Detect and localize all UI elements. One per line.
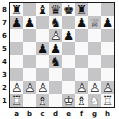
- rank-label-8: 8: [0, 3, 9, 16]
- rank-label-1: 1: [0, 94, 9, 107]
- square-c4[interactable]: [36, 55, 49, 68]
- white-bishop-icon: ♝♗: [75, 94, 88, 107]
- rank-label-2: 2: [0, 81, 9, 94]
- square-f6[interactable]: [75, 29, 88, 42]
- white-knight-icon: ♞♘: [88, 94, 101, 107]
- square-b1[interactable]: [23, 94, 36, 107]
- file-label-f: f: [75, 109, 88, 119]
- square-h7[interactable]: ♟: [101, 16, 114, 29]
- rank-label-5: 5: [0, 42, 9, 55]
- square-h6[interactable]: [101, 29, 114, 42]
- square-c8[interactable]: ♝: [36, 3, 49, 16]
- square-e5[interactable]: [62, 42, 75, 55]
- file-label-b: b: [23, 109, 36, 119]
- black-knight-icon: ♞: [49, 55, 62, 68]
- square-a6[interactable]: [10, 29, 23, 42]
- square-f4[interactable]: [75, 55, 88, 68]
- square-b4[interactable]: [23, 55, 36, 68]
- white-queen-icon: ♛♕: [88, 16, 101, 29]
- square-f1[interactable]: ♝♗: [75, 94, 88, 107]
- chess-diagram: 87654321 ♜♝♛♚♜♟♟♞♟♛♕♟♟♙♟♟♟♞♟♙♟♙♟♙♟♙♟♙♟♙♜…: [0, 0, 119, 119]
- square-a5[interactable]: [10, 42, 23, 55]
- rank-label-3: 3: [0, 68, 9, 81]
- file-label-e: e: [62, 109, 75, 119]
- square-g1[interactable]: ♞♘: [88, 94, 101, 107]
- file-label-a: a: [10, 109, 23, 119]
- square-e4[interactable]: [62, 55, 75, 68]
- black-pawn-icon: ♟: [62, 29, 75, 42]
- square-g4[interactable]: [88, 55, 101, 68]
- white-king-icon: ♚♔: [62, 94, 75, 107]
- square-b6[interactable]: [23, 29, 36, 42]
- chess-board: ♜♝♛♚♜♟♟♞♟♛♕♟♟♙♟♟♟♞♟♙♟♙♟♙♟♙♟♙♟♙♜♖♝♗♚♔♝♗♞♘…: [9, 2, 115, 108]
- rank-label-4: 4: [0, 55, 9, 68]
- black-pawn-icon: ♟: [23, 16, 36, 29]
- white-pawn-icon: ♟♙: [23, 81, 36, 94]
- white-rook-icon: ♜♖: [10, 94, 23, 107]
- square-g5[interactable]: [88, 42, 101, 55]
- square-e6[interactable]: ♟: [62, 29, 75, 42]
- square-d1[interactable]: [49, 94, 62, 107]
- square-b2[interactable]: ♟♙: [23, 81, 36, 94]
- white-rook-icon: ♜♖: [101, 94, 114, 107]
- square-d3[interactable]: [49, 68, 62, 81]
- square-b5[interactable]: [23, 42, 36, 55]
- square-f7[interactable]: ♟: [75, 16, 88, 29]
- square-e3[interactable]: [62, 68, 75, 81]
- black-bishop-icon: ♝: [36, 3, 49, 16]
- square-b7[interactable]: ♟: [23, 16, 36, 29]
- square-c7[interactable]: [36, 16, 49, 29]
- square-d4[interactable]: ♞: [49, 55, 62, 68]
- square-c1[interactable]: ♝♗: [36, 94, 49, 107]
- file-label-d: d: [49, 109, 62, 119]
- square-h4[interactable]: [101, 55, 114, 68]
- square-f5[interactable]: [75, 42, 88, 55]
- black-king-icon: ♚: [62, 3, 75, 16]
- square-d2[interactable]: [49, 81, 62, 94]
- square-a4[interactable]: [10, 55, 23, 68]
- black-pawn-icon: ♟: [10, 16, 23, 29]
- square-a7[interactable]: ♟: [10, 16, 23, 29]
- file-labels: abcdefgh: [10, 109, 114, 119]
- square-g6[interactable]: [88, 29, 101, 42]
- file-label-g: g: [88, 109, 101, 119]
- black-pawn-icon: ♟: [75, 16, 88, 29]
- rank-label-6: 6: [0, 29, 9, 42]
- square-e8[interactable]: ♚: [62, 3, 75, 16]
- file-label-c: c: [36, 109, 49, 119]
- white-bishop-icon: ♝♗: [36, 94, 49, 107]
- square-a1[interactable]: ♜♖: [10, 94, 23, 107]
- black-pawn-icon: ♟: [101, 16, 114, 29]
- file-label-h: h: [101, 109, 114, 119]
- square-c5[interactable]: ♟: [36, 42, 49, 55]
- square-h5[interactable]: [101, 42, 114, 55]
- black-pawn-icon: ♟: [36, 42, 49, 55]
- square-g7[interactable]: ♛♕: [88, 16, 101, 29]
- square-h1[interactable]: ♜♖: [101, 94, 114, 107]
- rank-label-7: 7: [0, 16, 9, 29]
- square-e1[interactable]: ♚♔: [62, 94, 75, 107]
- rank-labels: 87654321: [0, 3, 9, 107]
